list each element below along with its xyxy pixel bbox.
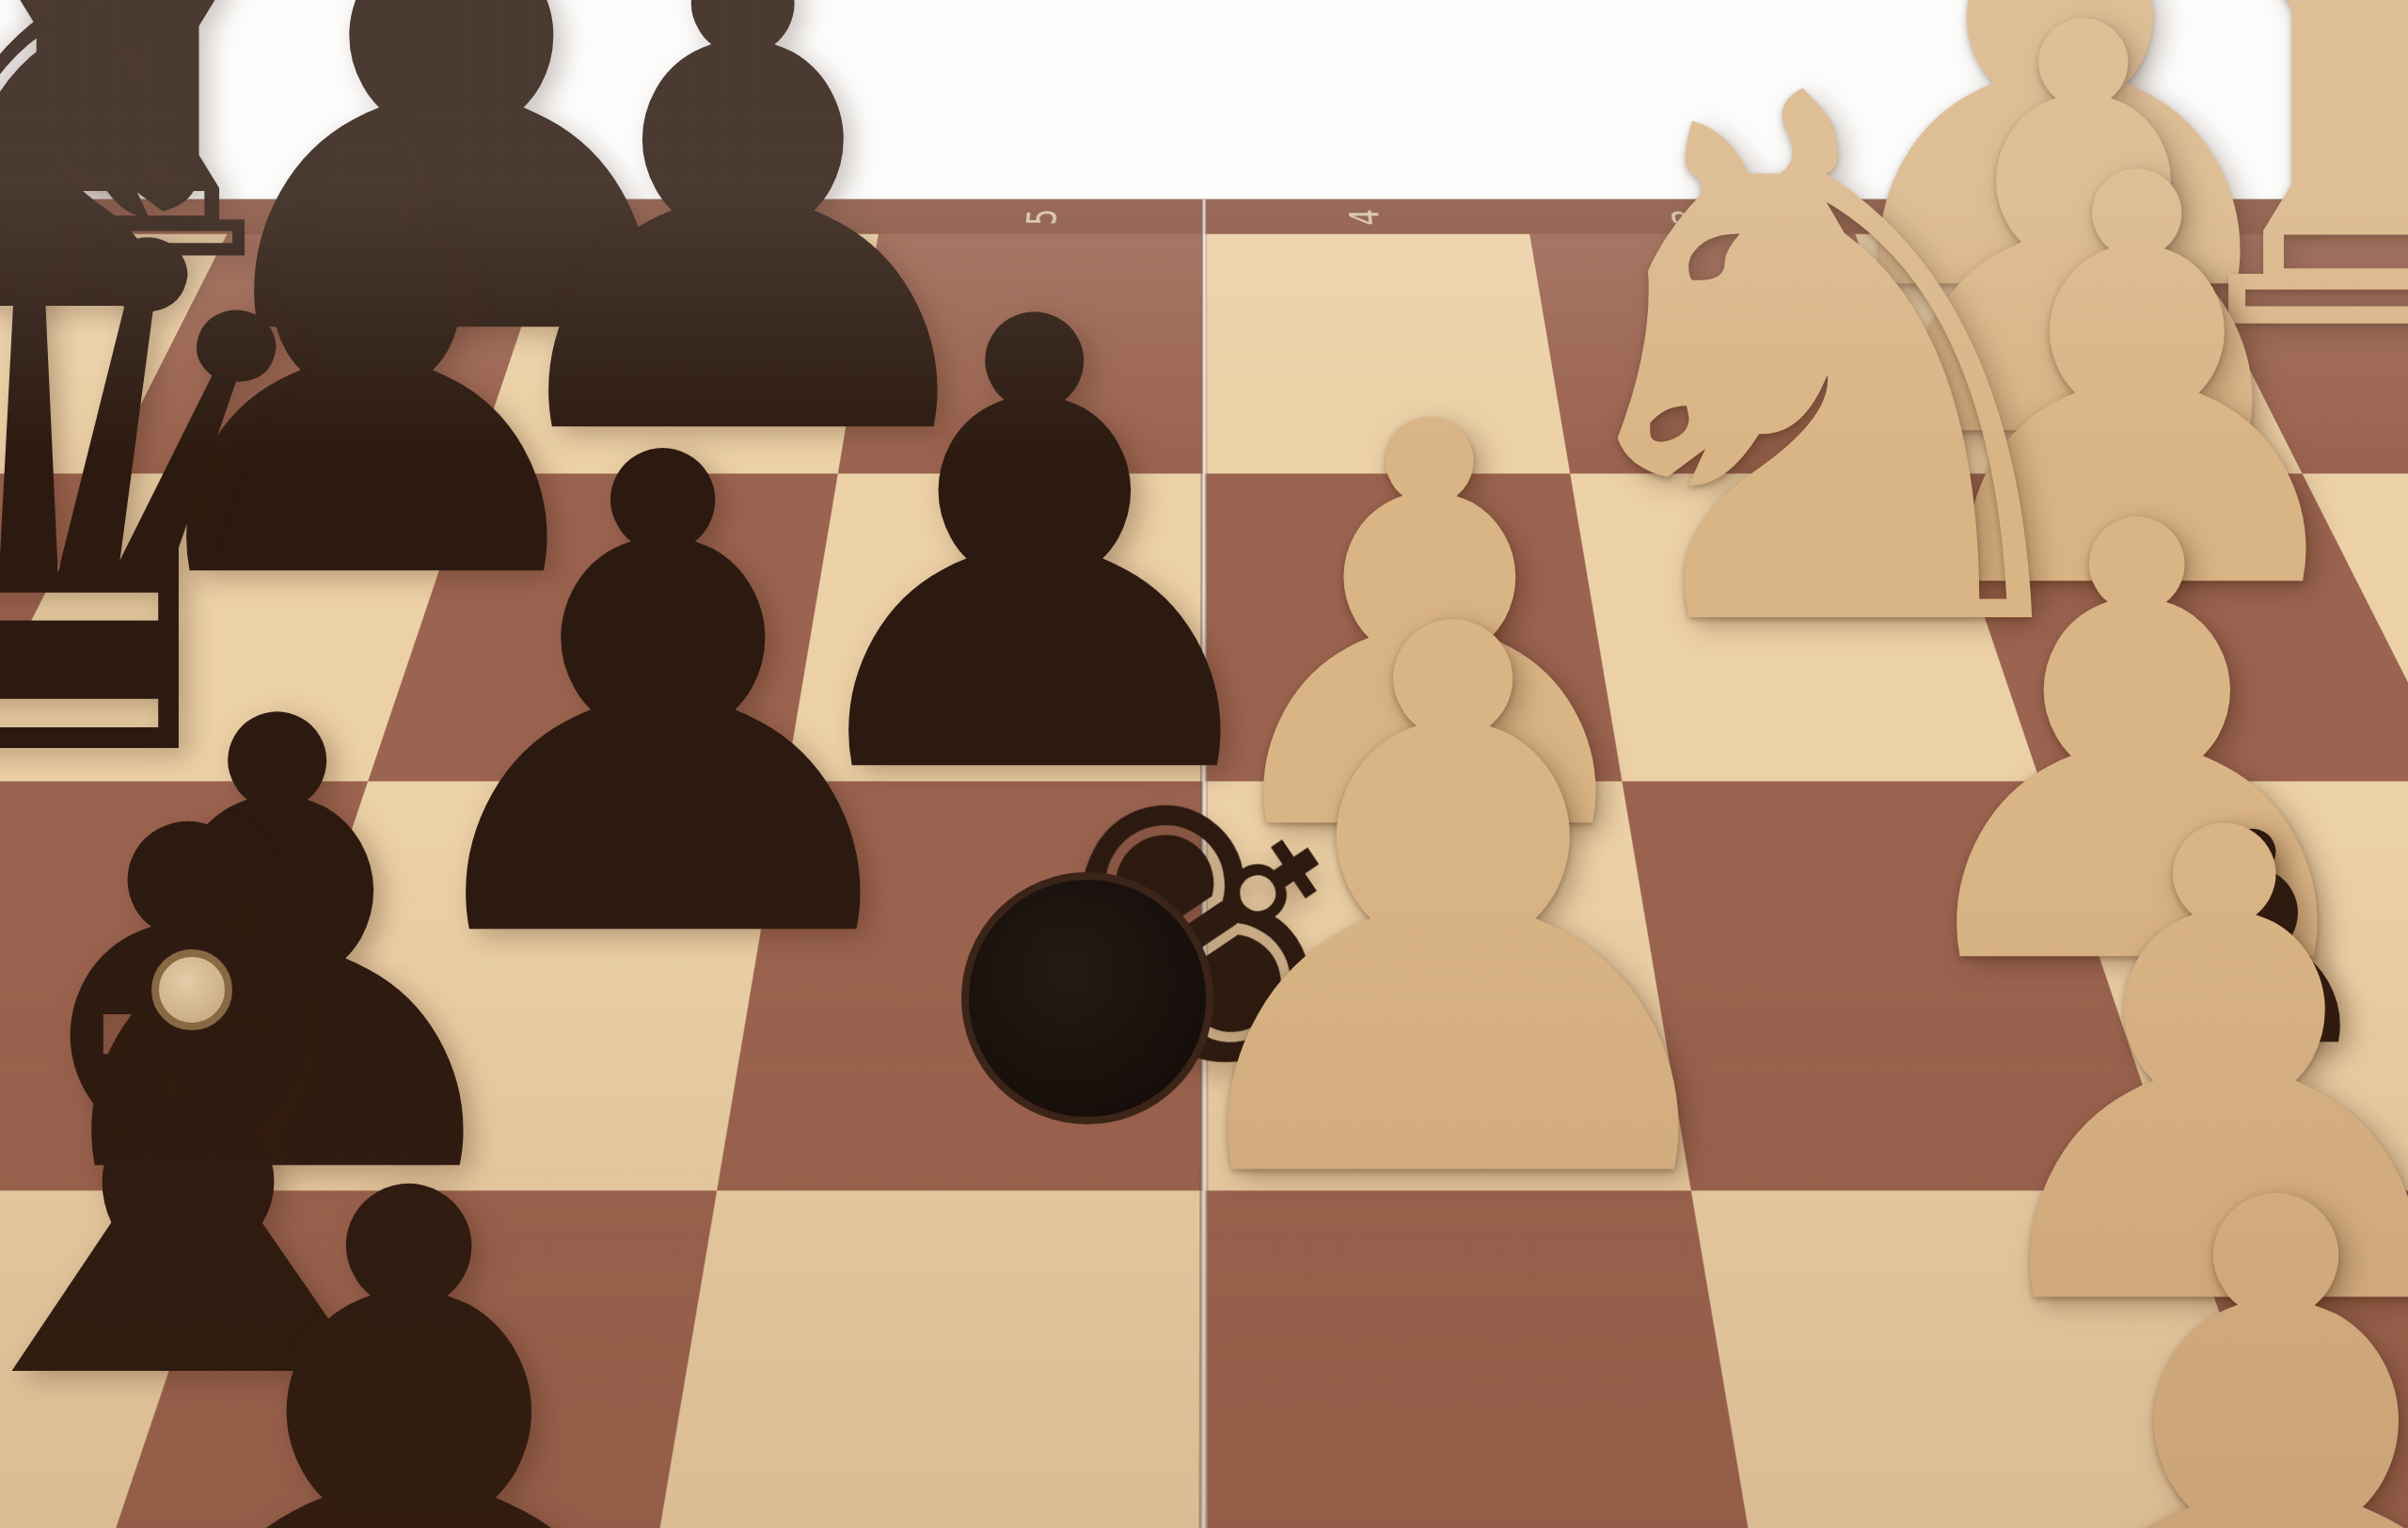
piece-layer: ♜♞♟♟♟♛♟♟♝♟♟♚♝♟♞♟♟♟♜♟♟♟♟♟ xyxy=(0,0,2408,1528)
piece-black-pawn-d7[interactable]: ♟ xyxy=(55,1091,763,1528)
piece-white-pawn-e4[interactable]: ♟ xyxy=(1116,532,1790,1284)
chess-photo-stage: 87654321 ♜♞♟♟♟♛♟♟♝♟♟♚♝♟♞♟♟♟♜♟♟♟♟♟ xyxy=(0,0,2408,1528)
piece-white-pawn-d2[interactable]: ♟ xyxy=(1922,1101,2408,1528)
black-bishop-light-finial xyxy=(151,949,232,1030)
